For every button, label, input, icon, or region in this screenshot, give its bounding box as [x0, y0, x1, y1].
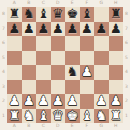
square-e1[interactable]: ♚: [65, 109, 80, 124]
square-a7[interactable]: ♟: [7, 22, 22, 37]
rank-label-8: 8: [123, 7, 130, 22]
square-c6[interactable]: [36, 36, 51, 51]
piece-black-knight[interactable]: ♞: [23, 7, 35, 22]
square-e2[interactable]: ♟: [65, 94, 80, 109]
square-e8[interactable]: ♚: [65, 7, 80, 22]
file-label-b: B: [22, 123, 37, 130]
piece-black-pawn[interactable]: ♟: [110, 22, 122, 37]
square-f7[interactable]: ♟: [80, 22, 95, 37]
file-labels-top: ABCDEFGH: [7, 0, 123, 7]
piece-black-bishop[interactable]: ♝: [81, 7, 93, 22]
piece-white-bishop[interactable]: ♝: [81, 109, 93, 124]
square-a1[interactable]: ♜: [7, 109, 22, 124]
piece-black-rook[interactable]: ♜: [110, 7, 122, 22]
file-label-e: E: [65, 0, 80, 7]
square-b1[interactable]: ♞: [22, 109, 37, 124]
square-b5[interactable]: [22, 51, 37, 66]
rank-labels-left: 87654321: [0, 7, 7, 123]
square-b6[interactable]: [22, 36, 37, 51]
square-f6[interactable]: [80, 36, 95, 51]
rank-labels-right: 87654321: [123, 7, 130, 123]
square-c4[interactable]: [36, 65, 51, 80]
square-a6[interactable]: [7, 36, 22, 51]
file-label-d: D: [51, 0, 66, 7]
piece-black-king[interactable]: ♚: [66, 7, 78, 22]
square-c5[interactable]: [36, 51, 51, 66]
square-e5[interactable]: [65, 51, 80, 66]
piece-white-pawn[interactable]: ♟: [52, 94, 64, 109]
piece-white-pawn[interactable]: ♟: [95, 94, 107, 109]
rank-label-2: 2: [0, 94, 7, 109]
square-c7[interactable]: ♟: [36, 22, 51, 37]
square-f1[interactable]: ♝: [80, 109, 95, 124]
square-d8[interactable]: ♛: [51, 7, 66, 22]
rank-label-7: 7: [123, 22, 130, 37]
square-f4[interactable]: ♟: [80, 65, 95, 80]
square-f5[interactable]: [80, 51, 95, 66]
piece-black-rook[interactable]: ♜: [8, 7, 20, 22]
square-b2[interactable]: ♟: [22, 94, 37, 109]
square-g5[interactable]: [94, 51, 109, 66]
square-a2[interactable]: ♟: [7, 94, 22, 109]
square-h3[interactable]: [109, 80, 124, 95]
piece-black-pawn[interactable]: ♟: [66, 22, 78, 37]
file-label-h: H: [109, 123, 124, 130]
square-e3[interactable]: [65, 80, 80, 95]
square-g2[interactable]: ♟: [94, 94, 109, 109]
square-g1[interactable]: ♞: [94, 109, 109, 124]
piece-white-rook[interactable]: ♜: [8, 109, 20, 124]
rank-label-1: 1: [0, 109, 7, 124]
square-d7[interactable]: ♟: [51, 22, 66, 37]
file-label-f: F: [80, 123, 95, 130]
piece-white-pawn[interactable]: ♟: [66, 94, 78, 109]
piece-black-pawn[interactable]: ♟: [52, 22, 64, 37]
file-label-a: A: [7, 0, 22, 7]
file-label-c: C: [36, 123, 51, 130]
square-c1[interactable]: ♝: [36, 109, 51, 124]
square-c8[interactable]: ♝: [36, 7, 51, 22]
piece-white-pawn[interactable]: ♟: [110, 94, 122, 109]
chess-board: ♜♞♝♛♚♝♜♟♟♟♟♟♟♟♟♞♟♟♟♟♟♟♟♟♜♞♝♛♚♝♞♜: [7, 7, 123, 123]
piece-black-bishop[interactable]: ♝: [37, 7, 49, 22]
square-d3[interactable]: [51, 80, 66, 95]
file-label-e: E: [65, 123, 80, 130]
file-label-a: A: [7, 123, 22, 130]
square-e6[interactable]: [65, 36, 80, 51]
square-g6[interactable]: [94, 36, 109, 51]
rank-label-1: 1: [123, 109, 130, 124]
square-a8[interactable]: ♜: [7, 7, 22, 22]
piece-white-pawn[interactable]: ♟: [81, 65, 93, 80]
square-d5[interactable]: [51, 51, 66, 66]
square-c2[interactable]: ♟: [36, 94, 51, 109]
square-b8[interactable]: ♞: [22, 7, 37, 22]
rank-label-7: 7: [0, 22, 7, 37]
square-d6[interactable]: [51, 36, 66, 51]
square-b4[interactable]: [22, 65, 37, 80]
piece-white-rook[interactable]: ♜: [110, 109, 122, 124]
rank-label-2: 2: [123, 94, 130, 109]
rank-label-5: 5: [0, 51, 7, 66]
piece-black-pawn[interactable]: ♟: [23, 22, 35, 37]
square-h7[interactable]: ♟: [109, 22, 124, 37]
rank-label-6: 6: [0, 36, 7, 51]
square-f8[interactable]: ♝: [80, 7, 95, 22]
chess-board-screenshot: ABCDEFGH ABCDEFGH 87654321 87654321 ♜♞♝♛…: [0, 0, 130, 130]
piece-black-knight[interactable]: ♞: [66, 65, 78, 80]
piece-black-pawn[interactable]: ♟: [8, 22, 20, 37]
piece-white-knight[interactable]: ♞: [23, 109, 35, 124]
file-label-g: G: [94, 123, 109, 130]
file-labels-bottom: ABCDEFGH: [7, 123, 123, 130]
file-label-d: D: [51, 123, 66, 130]
file-label-b: B: [22, 0, 37, 7]
rank-label-4: 4: [123, 65, 130, 80]
square-g8[interactable]: [94, 7, 109, 22]
piece-black-pawn[interactable]: ♟: [37, 22, 49, 37]
square-e4[interactable]: ♞: [65, 65, 80, 80]
square-c3[interactable]: [36, 80, 51, 95]
piece-white-pawn[interactable]: ♟: [37, 94, 49, 109]
rank-label-5: 5: [123, 51, 130, 66]
square-g3[interactable]: [94, 80, 109, 95]
file-label-h: H: [109, 0, 124, 7]
square-h1[interactable]: ♜: [109, 109, 124, 124]
square-a4[interactable]: [7, 65, 22, 80]
square-a5[interactable]: [7, 51, 22, 66]
square-h8[interactable]: ♜: [109, 7, 124, 22]
square-d1[interactable]: ♛: [51, 109, 66, 124]
square-e7[interactable]: ♟: [65, 22, 80, 37]
square-f3[interactable]: [80, 80, 95, 95]
square-g4[interactable]: [94, 65, 109, 80]
piece-black-queen[interactable]: ♛: [52, 7, 64, 22]
square-h2[interactable]: ♟: [109, 94, 124, 109]
piece-black-pawn[interactable]: ♟: [81, 22, 93, 37]
square-a3[interactable]: [7, 80, 22, 95]
file-label-c: C: [36, 0, 51, 7]
square-b3[interactable]: [22, 80, 37, 95]
file-label-f: F: [80, 0, 95, 7]
square-b7[interactable]: ♟: [22, 22, 37, 37]
square-f2[interactable]: [80, 94, 95, 109]
piece-white-king[interactable]: ♚: [66, 109, 78, 124]
square-g7[interactable]: ♟: [94, 22, 109, 37]
rank-label-3: 3: [123, 80, 130, 95]
rank-label-6: 6: [123, 36, 130, 51]
piece-white-bishop[interactable]: ♝: [37, 109, 49, 124]
piece-white-pawn[interactable]: ♟: [23, 94, 35, 109]
rank-label-3: 3: [0, 80, 7, 95]
piece-white-queen[interactable]: ♛: [52, 109, 64, 124]
square-d2[interactable]: ♟: [51, 94, 66, 109]
rank-label-4: 4: [0, 65, 7, 80]
square-d4[interactable]: [51, 65, 66, 80]
square-h4[interactable]: [109, 65, 124, 80]
square-h6[interactable]: [109, 36, 124, 51]
rank-label-8: 8: [0, 7, 7, 22]
piece-black-pawn[interactable]: ♟: [95, 22, 107, 37]
piece-white-pawn[interactable]: ♟: [8, 94, 20, 109]
file-label-g: G: [94, 0, 109, 7]
piece-white-knight[interactable]: ♞: [95, 109, 107, 124]
square-h5[interactable]: [109, 51, 124, 66]
